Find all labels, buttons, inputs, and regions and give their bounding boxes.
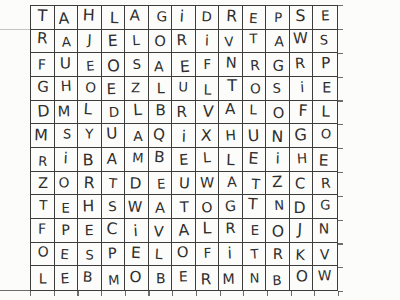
- cell-r4c2[interactable]: H: [55, 77, 79, 101]
- cell-r1c10[interactable]: E: [243, 6, 267, 30]
- cell-letter: i: [133, 224, 138, 240]
- cell-letter: T: [249, 32, 257, 45]
- cell-letter: A: [106, 151, 117, 167]
- cell-r9c13[interactable]: G: [313, 195, 337, 219]
- cell-r11c11[interactable]: R: [266, 243, 290, 267]
- cell-r9c3[interactable]: H: [78, 195, 102, 219]
- cell-r9c8[interactable]: O: [196, 195, 220, 219]
- paper-line: [338, 5, 343, 6]
- cell-r1c8[interactable]: D: [196, 6, 220, 30]
- cell-r3c4[interactable]: O: [102, 53, 126, 77]
- cell-r11c10[interactable]: T: [243, 243, 267, 267]
- cell-r6c9[interactable]: H: [219, 124, 243, 148]
- cell-letter: C: [107, 221, 119, 237]
- cell-letter: Z: [272, 175, 283, 191]
- cell-r11c13[interactable]: V: [313, 243, 337, 267]
- cell-r10c6[interactable]: V: [149, 219, 173, 243]
- cell-r10c11[interactable]: O: [266, 219, 290, 243]
- cell-letter: W: [318, 269, 332, 283]
- cell-letter: P: [61, 223, 70, 237]
- cell-letter: A: [59, 11, 71, 27]
- cell-letter: R: [177, 32, 188, 47]
- cell-r5c2[interactable]: M: [55, 101, 79, 125]
- cell-r10c1[interactable]: F: [31, 219, 55, 243]
- cell-letter: E: [319, 153, 329, 169]
- cell-r2c7[interactable]: R: [172, 30, 196, 54]
- paper-line: [338, 220, 343, 221]
- cell-letter: O: [37, 245, 49, 259]
- cell-letter: G: [320, 198, 330, 211]
- paper-line: [77, 291, 78, 296]
- cell-letter: G: [294, 127, 307, 144]
- cell-r5c8[interactable]: V: [196, 101, 220, 125]
- cell-r8c13[interactable]: R: [313, 172, 337, 196]
- cell-letter: E: [179, 269, 188, 283]
- cell-letter: Y: [85, 127, 94, 141]
- cell-r10c8[interactable]: L: [196, 219, 220, 243]
- cell-r9c1[interactable]: T: [31, 195, 55, 219]
- cell-letter: D: [294, 200, 306, 216]
- cell-r8c4[interactable]: T: [102, 172, 126, 196]
- cell-letter: C: [295, 176, 306, 191]
- cell-r4c4[interactable]: E: [102, 77, 126, 101]
- cell-r5c6[interactable]: B: [149, 101, 173, 125]
- cell-letter: B: [155, 104, 165, 119]
- cell-r12c10[interactable]: N: [243, 266, 267, 290]
- cell-letter: L: [154, 247, 163, 262]
- cell-r4c13[interactable]: E: [313, 77, 337, 101]
- cell-r2c13[interactable]: S: [313, 30, 337, 54]
- cell-r11c3[interactable]: S: [78, 243, 102, 267]
- cell-letter: N: [271, 129, 283, 145]
- cell-r9c12[interactable]: D: [290, 195, 314, 219]
- cell-letter: D: [201, 10, 212, 24]
- cell-letter: S: [86, 249, 94, 262]
- cell-letter: G: [272, 59, 284, 75]
- cell-letter: S: [273, 82, 282, 95]
- cell-r12c11[interactable]: B: [266, 266, 290, 290]
- cell-r8c5[interactable]: D: [125, 172, 149, 196]
- cell-letter: E: [130, 246, 140, 262]
- cell-r10c5[interactable]: i: [125, 219, 149, 243]
- cell-r8c9[interactable]: A: [219, 172, 243, 196]
- paper-line: [30, 291, 31, 296]
- cell-letter: U: [60, 56, 71, 71]
- cell-r12c12[interactable]: O: [290, 266, 314, 290]
- cell-letter: S: [62, 127, 71, 140]
- cell-letter: i: [179, 9, 185, 25]
- cell-letter: L: [133, 103, 143, 119]
- cell-r7c6[interactable]: B: [149, 148, 173, 172]
- cell-letter: R: [321, 177, 331, 191]
- cell-letter: R: [272, 247, 282, 262]
- cell-letter: E: [84, 223, 93, 237]
- cell-r11c2[interactable]: E: [55, 243, 79, 267]
- cell-r4c11[interactable]: S: [266, 77, 290, 101]
- cell-r12c5[interactable]: O: [125, 266, 149, 290]
- cell-letter: S: [320, 34, 328, 47]
- cell-letter: T: [251, 177, 260, 191]
- cell-r1c12[interactable]: S: [290, 6, 314, 30]
- cell-r7c13[interactable]: E: [313, 148, 337, 172]
- cell-r7c10[interactable]: E: [243, 148, 267, 172]
- cell-letter: J: [87, 32, 92, 46]
- cell-letter: O: [250, 81, 261, 95]
- cell-letter: E: [60, 248, 70, 262]
- cell-r3c6[interactable]: A: [149, 53, 173, 77]
- cell-r2c9[interactable]: V: [219, 30, 243, 54]
- paper-line: [101, 291, 102, 296]
- cell-r9c11[interactable]: N: [266, 195, 290, 219]
- cell-r12c1[interactable]: L: [31, 266, 55, 290]
- cell-r12c2[interactable]: E: [55, 266, 79, 290]
- cell-letter: R: [36, 31, 48, 47]
- cell-letter: S: [133, 58, 142, 71]
- cell-r4c5[interactable]: Z: [125, 77, 149, 101]
- cell-letter: U: [248, 127, 260, 143]
- cell-r6c2[interactable]: S: [55, 124, 79, 148]
- cell-letter: O: [130, 269, 142, 284]
- cell-letter: T: [108, 177, 117, 191]
- cell-letter: E: [179, 153, 189, 168]
- paper-line: [338, 243, 343, 244]
- cell-r7c1[interactable]: R: [31, 148, 55, 172]
- paper-line: [338, 29, 343, 30]
- cell-r2c5[interactable]: L: [125, 30, 149, 54]
- cell-r3c2[interactable]: U: [55, 53, 79, 77]
- cell-letter: T: [248, 197, 258, 213]
- cell-r4c9[interactable]: T: [219, 77, 243, 101]
- cell-letter: W: [200, 175, 214, 189]
- cell-letter: F: [203, 58, 211, 72]
- cell-r11c8[interactable]: F: [196, 243, 220, 267]
- cell-letter: L: [203, 151, 212, 165]
- cell-letter: O: [154, 33, 166, 48]
- cell-r6c6[interactable]: Q: [149, 124, 173, 148]
- paper-line: [267, 291, 268, 296]
- cell-r5c13[interactable]: L: [313, 101, 337, 125]
- cell-r8c10[interactable]: T: [243, 172, 267, 196]
- cell-letter: N: [250, 271, 260, 284]
- cell-r7c2[interactable]: i: [55, 148, 79, 172]
- cell-letter: M: [223, 272, 236, 287]
- cell-letter: R: [295, 56, 306, 71]
- cell-r1c5[interactable]: A: [125, 6, 149, 30]
- cell-letter: E: [248, 11, 257, 25]
- cell-r9c9[interactable]: G: [219, 195, 243, 219]
- cell-r12c7[interactable]: E: [172, 266, 196, 290]
- cell-r4c12[interactable]: i: [290, 77, 314, 101]
- cell-r10c7[interactable]: A: [172, 219, 196, 243]
- cell-letter: R: [225, 221, 235, 236]
- cell-letter: R: [200, 272, 211, 288]
- cell-letter: D: [130, 177, 142, 193]
- cell-letter: A: [62, 36, 72, 50]
- cell-r4c10[interactable]: O: [243, 77, 267, 101]
- cell-letter: N: [319, 222, 330, 236]
- cell-r7c11[interactable]: i: [266, 148, 290, 172]
- cell-r10c3[interactable]: E: [78, 219, 102, 243]
- cell-r2c11[interactable]: A: [266, 30, 290, 54]
- cell-r8c2[interactable]: O: [55, 172, 79, 196]
- cell-r9c4[interactable]: S: [102, 195, 126, 219]
- cell-letter: D: [108, 106, 119, 120]
- cell-letter: F: [38, 57, 46, 71]
- cell-letter: N: [225, 56, 237, 71]
- paper-line: [196, 291, 197, 296]
- cell-r10c9[interactable]: R: [219, 219, 243, 243]
- cell-letter: E: [61, 202, 70, 215]
- cell-r1c2[interactable]: A: [55, 6, 79, 30]
- cell-letter: T: [227, 78, 237, 94]
- cell-letter: M: [132, 151, 144, 165]
- cell-r4c8[interactable]: L: [196, 77, 220, 101]
- cell-r1c9[interactable]: R: [219, 6, 243, 30]
- cell-r2c1[interactable]: R: [31, 30, 55, 54]
- cell-letter: A: [274, 35, 284, 49]
- cell-letter: E: [86, 59, 95, 73]
- cell-r5c4[interactable]: D: [102, 101, 126, 125]
- cell-letter: i: [63, 151, 68, 167]
- cell-r9c7[interactable]: T: [172, 195, 196, 219]
- cell-letter: H: [83, 198, 95, 214]
- cell-letter: H: [61, 79, 73, 94]
- cell-letter: G: [225, 198, 237, 213]
- cell-letter: T: [250, 248, 259, 262]
- cell-r11c6[interactable]: L: [149, 243, 173, 267]
- cell-letter: L: [39, 272, 47, 286]
- cell-r4c7[interactable]: U: [172, 77, 196, 101]
- cell-letter: K: [295, 248, 305, 263]
- cell-letter: H: [296, 151, 307, 165]
- cell-r11c5[interactable]: E: [125, 243, 149, 267]
- cell-r6c1[interactable]: M: [31, 124, 55, 148]
- cell-r10c2[interactable]: P: [55, 219, 79, 243]
- cell-r7c9[interactable]: L: [219, 148, 243, 172]
- cell-r11c1[interactable]: O: [31, 243, 55, 267]
- cell-r8c1[interactable]: Z: [31, 172, 55, 196]
- cell-letter: W: [127, 200, 142, 215]
- paper-line: [314, 291, 315, 296]
- cell-r1c13[interactable]: E: [313, 6, 337, 30]
- paper-line: [0, 290, 30, 291]
- cell-letter: i: [205, 33, 210, 48]
- cell-letter: L: [109, 11, 118, 27]
- cell-letter: M: [58, 104, 71, 119]
- cell-letter: F: [38, 222, 46, 236]
- cell-letter: O: [59, 176, 70, 190]
- cell-r6c11[interactable]: N: [266, 124, 290, 148]
- cell-letter: R: [226, 9, 238, 25]
- cell-r11c4[interactable]: P: [102, 243, 126, 267]
- cell-r12c3[interactable]: B: [78, 266, 102, 290]
- cell-letter: B: [272, 273, 282, 287]
- cell-letter: O: [321, 127, 332, 140]
- cell-r7c8[interactable]: L: [196, 148, 220, 172]
- cell-r3c10[interactable]: R: [243, 53, 267, 77]
- paper-line: [338, 291, 339, 296]
- cell-r3c5[interactable]: S: [125, 53, 149, 77]
- cell-letter: L: [131, 34, 139, 48]
- cell-r12c8[interactable]: R: [196, 266, 220, 290]
- cell-r6c12[interactable]: G: [290, 124, 314, 148]
- cell-r5c12[interactable]: F: [290, 101, 314, 125]
- cell-letter: L: [83, 102, 93, 118]
- cell-r6c10[interactable]: U: [243, 124, 267, 148]
- cell-letter: E: [106, 82, 116, 97]
- cell-letter: A: [178, 223, 190, 239]
- cell-letter: J: [297, 222, 302, 238]
- cell-r1c1[interactable]: T: [31, 6, 55, 30]
- cell-letter: M: [34, 127, 48, 143]
- cell-r6c8[interactable]: X: [196, 124, 220, 148]
- cell-r8c8[interactable]: W: [196, 172, 220, 196]
- cell-r6c5[interactable]: A: [125, 124, 149, 148]
- cell-letter: W: [293, 31, 308, 47]
- cell-r4c3[interactable]: O: [78, 77, 102, 101]
- cell-r2c10[interactable]: T: [243, 30, 267, 54]
- cell-r10c10[interactable]: E: [243, 219, 267, 243]
- cell-r3c8[interactable]: F: [196, 53, 220, 77]
- cell-r9c5[interactable]: W: [125, 195, 149, 219]
- cell-letter: O: [271, 224, 284, 240]
- cell-r11c7[interactable]: O: [172, 243, 196, 267]
- cell-letter: O: [272, 105, 284, 120]
- cell-r2c6[interactable]: O: [149, 30, 173, 54]
- cell-letter: E: [179, 58, 190, 74]
- cell-letter: E: [321, 9, 330, 23]
- cell-r5c5[interactable]: L: [125, 101, 149, 125]
- cell-r11c9[interactable]: i: [219, 243, 243, 267]
- cell-letter: A: [130, 8, 141, 23]
- cell-r12c6[interactable]: B: [149, 266, 173, 290]
- cell-letter: V: [202, 103, 214, 119]
- cell-letter: A: [226, 174, 236, 188]
- cell-r7c3[interactable]: B: [78, 148, 102, 172]
- cell-r2c8[interactable]: i: [196, 30, 220, 54]
- cell-r10c4[interactable]: C: [102, 219, 126, 243]
- cell-r8c12[interactable]: C: [290, 172, 314, 196]
- paper-line: [291, 291, 292, 296]
- cell-r3c9[interactable]: N: [219, 53, 243, 77]
- cell-letter: P: [108, 246, 118, 261]
- cell-letter: A: [225, 102, 235, 117]
- cell-letter: E: [157, 178, 166, 192]
- cell-letter: F: [204, 247, 212, 261]
- cell-r3c13[interactable]: P: [313, 53, 337, 77]
- paper-line: [125, 291, 126, 296]
- cell-r10c13[interactable]: N: [313, 219, 337, 243]
- cell-letter: B: [82, 153, 93, 169]
- cell-r6c4[interactable]: U: [102, 124, 126, 148]
- cell-letter: A: [133, 130, 143, 144]
- cell-r12c9[interactable]: M: [219, 266, 243, 290]
- cell-letter: Z: [38, 176, 48, 191]
- cell-letter: P: [274, 11, 282, 24]
- cell-r1c6[interactable]: G: [149, 6, 173, 30]
- cell-r6c3[interactable]: Y: [78, 124, 102, 148]
- word-search-page: TAHLAGiDREPSERAJELORiVTAWSFUEOSAEFNRGRPG…: [0, 0, 400, 300]
- cell-letter: L: [202, 221, 211, 237]
- cell-letter: A: [155, 201, 165, 216]
- cell-r5c10[interactable]: L: [243, 101, 267, 125]
- cell-r5c1[interactable]: D: [31, 101, 55, 125]
- cell-r3c12[interactable]: R: [290, 53, 314, 77]
- cell-r3c7[interactable]: E: [172, 53, 196, 77]
- cell-r4c6[interactable]: L: [149, 77, 173, 101]
- paper-line: [338, 100, 343, 101]
- cell-r1c7[interactable]: i: [172, 6, 196, 30]
- cell-r11c12[interactable]: K: [290, 243, 314, 267]
- paper-line: [338, 124, 343, 125]
- cell-r3c3[interactable]: E: [78, 53, 102, 77]
- cell-r6c13[interactable]: O: [313, 124, 337, 148]
- cell-r6c7[interactable]: i: [172, 124, 196, 148]
- cell-letter: i: [182, 128, 187, 144]
- cell-r9c2[interactable]: E: [55, 195, 79, 219]
- paper-line: [338, 148, 343, 149]
- cell-r8c11[interactable]: Z: [266, 172, 290, 196]
- cell-r9c6[interactable]: A: [149, 195, 173, 219]
- cell-letter: L: [321, 105, 330, 120]
- cell-r4c1[interactable]: G: [31, 77, 55, 101]
- cell-letter: O: [106, 57, 120, 74]
- cell-letter: S: [295, 8, 305, 24]
- cell-letter: i: [275, 151, 280, 166]
- cell-r2c4[interactable]: E: [102, 30, 126, 54]
- paper-line: [172, 291, 173, 296]
- cell-r10c12[interactable]: J: [290, 219, 314, 243]
- cell-letter: A: [154, 59, 164, 73]
- cell-r7c7[interactable]: E: [172, 148, 196, 172]
- cell-letter: T: [39, 199, 47, 212]
- cell-r1c4[interactable]: L: [102, 6, 126, 30]
- cell-r5c3[interactable]: L: [78, 101, 102, 125]
- cell-letter: R: [177, 105, 188, 120]
- cell-r2c12[interactable]: W: [290, 30, 314, 54]
- cell-r12c13[interactable]: W: [313, 266, 337, 290]
- cell-letter: L: [249, 104, 257, 118]
- cell-letter: E: [61, 271, 71, 286]
- cell-r7c12[interactable]: H: [290, 148, 314, 172]
- cell-r8c7[interactable]: U: [172, 172, 196, 196]
- paper-line: [338, 77, 343, 78]
- cell-r1c11[interactable]: P: [266, 6, 290, 30]
- cell-r3c1[interactable]: F: [31, 53, 55, 77]
- cell-r5c9[interactable]: A: [219, 101, 243, 125]
- cell-letter: B: [153, 149, 165, 165]
- cell-r7c5[interactable]: M: [125, 148, 149, 172]
- cell-r2c3[interactable]: J: [78, 30, 102, 54]
- cell-letter: i: [300, 80, 305, 95]
- cell-letter: E: [322, 81, 331, 95]
- cell-letter: D: [37, 103, 50, 120]
- cell-letter: Q: [152, 127, 165, 143]
- cell-r8c6[interactable]: E: [149, 172, 173, 196]
- cell-r5c11[interactable]: O: [266, 101, 290, 125]
- cell-r2c2[interactable]: A: [55, 30, 79, 54]
- cell-r1c3[interactable]: H: [78, 6, 102, 30]
- cell-letter: R: [83, 175, 95, 191]
- cell-r3c11[interactable]: G: [266, 53, 290, 77]
- cell-r9c10[interactable]: T: [243, 195, 267, 219]
- cell-letter: U: [178, 80, 188, 93]
- cell-r12c4[interactable]: M: [102, 266, 126, 290]
- cell-r5c7[interactable]: R: [172, 101, 196, 125]
- cell-r8c3[interactable]: R: [78, 172, 102, 196]
- cell-r7c4[interactable]: A: [102, 148, 126, 172]
- paper-line: [54, 291, 55, 296]
